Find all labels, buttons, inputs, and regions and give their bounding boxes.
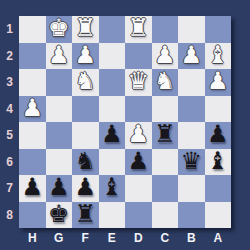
square-b6[interactable]: ♛ <box>178 149 205 176</box>
piece-white-king[interactable]: ♚ <box>48 15 70 42</box>
square-g1[interactable]: ♚ <box>46 16 73 43</box>
square-d6[interactable]: ♟ <box>125 149 152 176</box>
square-a3[interactable]: ♟ <box>205 69 232 96</box>
rank-label-6: 6 <box>0 149 19 176</box>
rank-label-7: 7 <box>0 175 19 202</box>
file-label-c: C <box>152 228 179 250</box>
piece-black-pawn[interactable]: ♟ <box>127 148 149 175</box>
piece-white-rook[interactable]: ♜ <box>74 15 96 42</box>
square-e3[interactable] <box>99 69 126 96</box>
square-g3[interactable] <box>46 69 73 96</box>
file-label-g: G <box>46 228 73 250</box>
square-e6[interactable] <box>99 149 126 176</box>
file-label-d: D <box>125 228 152 250</box>
piece-black-pawn[interactable]: ♟ <box>48 174 70 201</box>
rank-label-4: 4 <box>0 96 19 123</box>
file-label-a: A <box>205 228 232 250</box>
piece-white-knight[interactable]: ♞ <box>74 68 96 95</box>
rank-label-2: 2 <box>0 43 19 70</box>
square-g5[interactable] <box>46 122 73 149</box>
square-d3[interactable]: ♛ <box>125 69 152 96</box>
piece-white-bishop[interactable]: ♝ <box>207 42 229 69</box>
square-e1[interactable] <box>99 16 126 43</box>
square-h5[interactable] <box>19 122 46 149</box>
square-d4[interactable] <box>125 96 152 123</box>
square-a4[interactable] <box>205 96 232 123</box>
square-b3[interactable] <box>178 69 205 96</box>
piece-black-bishop[interactable]: ♝ <box>207 148 229 175</box>
piece-white-pawn[interactable]: ♟ <box>127 121 149 148</box>
square-b8[interactable] <box>178 202 205 229</box>
chess-board[interactable]: ♚♜♜♟♟♟♟♝♞♛♞♟♟♟♟♜♟♞♟♛♝♟♟♟♝♚♜ <box>19 16 231 228</box>
square-c7[interactable] <box>152 175 179 202</box>
square-f8[interactable]: ♜ <box>72 202 99 229</box>
piece-white-pawn[interactable]: ♟ <box>21 95 43 122</box>
piece-white-pawn[interactable]: ♟ <box>74 42 96 69</box>
square-a1[interactable] <box>205 16 232 43</box>
square-e5[interactable]: ♟ <box>99 122 126 149</box>
piece-white-pawn[interactable]: ♟ <box>48 42 70 69</box>
piece-white-pawn[interactable]: ♟ <box>207 68 229 95</box>
square-g8[interactable]: ♚ <box>46 202 73 229</box>
square-c2[interactable]: ♟ <box>152 43 179 70</box>
square-g6[interactable] <box>46 149 73 176</box>
square-h2[interactable] <box>19 43 46 70</box>
square-h8[interactable] <box>19 202 46 229</box>
file-label-f: F <box>72 228 99 250</box>
square-f4[interactable] <box>72 96 99 123</box>
square-f6[interactable]: ♞ <box>72 149 99 176</box>
piece-black-knight[interactable]: ♞ <box>74 148 96 175</box>
rank-label-3: 3 <box>0 69 19 96</box>
piece-white-pawn[interactable]: ♟ <box>180 42 202 69</box>
rank-labels: 12345678 <box>0 16 19 228</box>
square-d7[interactable] <box>125 175 152 202</box>
piece-black-bishop[interactable]: ♝ <box>101 174 123 201</box>
square-b4[interactable] <box>178 96 205 123</box>
square-h6[interactable] <box>19 149 46 176</box>
square-h4[interactable]: ♟ <box>19 96 46 123</box>
square-g7[interactable]: ♟ <box>46 175 73 202</box>
square-f1[interactable]: ♜ <box>72 16 99 43</box>
square-f5[interactable] <box>72 122 99 149</box>
file-label-h: H <box>19 228 46 250</box>
square-g2[interactable]: ♟ <box>46 43 73 70</box>
square-b7[interactable] <box>178 175 205 202</box>
file-label-b: B <box>178 228 205 250</box>
square-a2[interactable]: ♝ <box>205 43 232 70</box>
square-d5[interactable]: ♟ <box>125 122 152 149</box>
square-c4[interactable] <box>152 96 179 123</box>
square-c5[interactable]: ♜ <box>152 122 179 149</box>
square-a7[interactable] <box>205 175 232 202</box>
piece-black-pawn[interactable]: ♟ <box>101 121 123 148</box>
square-c8[interactable] <box>152 202 179 229</box>
file-labels: HGFEDCBA <box>19 228 231 250</box>
piece-white-knight[interactable]: ♞ <box>154 68 176 95</box>
piece-black-rook[interactable]: ♜ <box>74 201 96 228</box>
square-d1[interactable]: ♜ <box>125 16 152 43</box>
piece-white-queen[interactable]: ♛ <box>127 68 149 95</box>
square-h3[interactable] <box>19 69 46 96</box>
square-h1[interactable] <box>19 16 46 43</box>
square-c1[interactable] <box>152 16 179 43</box>
file-label-e: E <box>99 228 126 250</box>
rank-label-8: 8 <box>0 202 19 229</box>
square-c6[interactable] <box>152 149 179 176</box>
square-f7[interactable]: ♟ <box>72 175 99 202</box>
square-e4[interactable] <box>99 96 126 123</box>
rank-label-1: 1 <box>0 16 19 43</box>
piece-black-pawn[interactable]: ♟ <box>74 174 96 201</box>
square-a6[interactable]: ♝ <box>205 149 232 176</box>
square-b5[interactable] <box>178 122 205 149</box>
chess-diagram: 12345678 ♚♜♜♟♟♟♟♝♞♛♞♟♟♟♟♜♟♞♟♛♝♟♟♟♝♚♜ HGF… <box>0 0 250 250</box>
square-d8[interactable] <box>125 202 152 229</box>
piece-black-queen[interactable]: ♛ <box>180 148 202 175</box>
piece-black-king[interactable]: ♚ <box>48 201 70 228</box>
piece-black-pawn[interactable]: ♟ <box>21 174 43 201</box>
square-e2[interactable] <box>99 43 126 70</box>
square-b2[interactable]: ♟ <box>178 43 205 70</box>
piece-black-pawn[interactable]: ♟ <box>207 121 229 148</box>
square-f2[interactable]: ♟ <box>72 43 99 70</box>
rank-label-5: 5 <box>0 122 19 149</box>
piece-white-rook[interactable]: ♜ <box>127 15 149 42</box>
square-e8[interactable] <box>99 202 126 229</box>
square-c3[interactable]: ♞ <box>152 69 179 96</box>
square-f3[interactable]: ♞ <box>72 69 99 96</box>
square-a8[interactable] <box>205 202 232 229</box>
piece-black-rook[interactable]: ♜ <box>154 121 176 148</box>
square-d2[interactable] <box>125 43 152 70</box>
square-b1[interactable] <box>178 16 205 43</box>
piece-white-pawn[interactable]: ♟ <box>154 42 176 69</box>
square-e7[interactable]: ♝ <box>99 175 126 202</box>
square-a5[interactable]: ♟ <box>205 122 232 149</box>
square-h7[interactable]: ♟ <box>19 175 46 202</box>
square-g4[interactable] <box>46 96 73 123</box>
